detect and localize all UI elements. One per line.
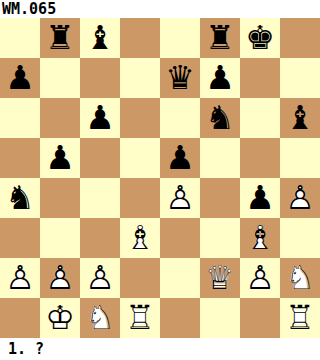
black-knight: ♞	[0, 178, 40, 218]
square-c6[interactable]: ♟	[80, 98, 120, 138]
black-pawn: ♟	[40, 138, 80, 178]
square-c7[interactable]	[80, 58, 120, 98]
white-pawn: ♙	[160, 178, 200, 218]
black-pawn: ♟	[160, 138, 200, 178]
white-knight: ♘	[80, 298, 120, 338]
square-e2[interactable]	[160, 258, 200, 298]
square-f2[interactable]: ♛♕	[200, 258, 240, 298]
black-pawn: ♟	[0, 58, 40, 98]
square-f8[interactable]: ♜	[200, 18, 240, 58]
move-prompt: 1. ?	[0, 338, 320, 360]
square-b4[interactable]	[40, 178, 80, 218]
square-c3[interactable]	[80, 218, 120, 258]
square-g1[interactable]	[240, 298, 280, 338]
square-a3[interactable]	[0, 218, 40, 258]
square-h3[interactable]	[280, 218, 320, 258]
square-d1[interactable]: ♜♖	[120, 298, 160, 338]
square-c1[interactable]: ♞♘	[80, 298, 120, 338]
square-a2[interactable]: ♟♙	[0, 258, 40, 298]
square-b2[interactable]: ♟♙	[40, 258, 80, 298]
square-g5[interactable]	[240, 138, 280, 178]
square-e3[interactable]	[160, 218, 200, 258]
black-rook: ♜	[200, 18, 240, 58]
square-h2[interactable]: ♞♘	[280, 258, 320, 298]
white-knight: ♘	[280, 258, 320, 298]
square-g4[interactable]: ♟	[240, 178, 280, 218]
square-c8[interactable]: ♝	[80, 18, 120, 58]
square-f4[interactable]	[200, 178, 240, 218]
square-d5[interactable]	[120, 138, 160, 178]
white-pawn: ♙	[0, 258, 40, 298]
square-g6[interactable]	[240, 98, 280, 138]
square-e5[interactable]: ♟	[160, 138, 200, 178]
square-c2[interactable]: ♟♙	[80, 258, 120, 298]
square-g8[interactable]: ♚	[240, 18, 280, 58]
square-b3[interactable]	[40, 218, 80, 258]
square-g7[interactable]	[240, 58, 280, 98]
square-f1[interactable]	[200, 298, 240, 338]
white-king: ♔	[40, 298, 80, 338]
square-d6[interactable]	[120, 98, 160, 138]
white-bishop: ♗	[120, 218, 160, 258]
puzzle-id-label: WM.065	[0, 0, 320, 18]
white-pawn: ♙	[80, 258, 120, 298]
square-f3[interactable]	[200, 218, 240, 258]
square-c4[interactable]	[80, 178, 120, 218]
square-h5[interactable]	[280, 138, 320, 178]
square-b6[interactable]	[40, 98, 80, 138]
black-pawn: ♟	[240, 178, 280, 218]
white-queen: ♕	[200, 258, 240, 298]
square-h1[interactable]: ♜♖	[280, 298, 320, 338]
black-bishop: ♝	[80, 18, 120, 58]
black-queen: ♛	[160, 58, 200, 98]
square-h8[interactable]	[280, 18, 320, 58]
square-g2[interactable]: ♟♙	[240, 258, 280, 298]
chess-puzzle-window: WM.065 ♜♝♜♚♟♛♟♟♞♝♟♟♞♟♙♟♟♙♝♗♝♗♟♙♟♙♟♙♛♕♟♙♞…	[0, 0, 320, 360]
square-b7[interactable]	[40, 58, 80, 98]
square-e8[interactable]	[160, 18, 200, 58]
square-h7[interactable]	[280, 58, 320, 98]
black-knight: ♞	[200, 98, 240, 138]
chess-board: ♜♝♜♚♟♛♟♟♞♝♟♟♞♟♙♟♟♙♝♗♝♗♟♙♟♙♟♙♛♕♟♙♞♘♚♔♞♘♜♖…	[0, 18, 320, 338]
square-a7[interactable]: ♟	[0, 58, 40, 98]
square-g3[interactable]: ♝♗	[240, 218, 280, 258]
black-pawn: ♟	[80, 98, 120, 138]
white-pawn: ♙	[240, 258, 280, 298]
square-b5[interactable]: ♟	[40, 138, 80, 178]
black-king: ♚	[240, 18, 280, 58]
square-d7[interactable]	[120, 58, 160, 98]
square-e1[interactable]	[160, 298, 200, 338]
square-e4[interactable]: ♟♙	[160, 178, 200, 218]
square-a1[interactable]	[0, 298, 40, 338]
white-rook: ♖	[120, 298, 160, 338]
square-h4[interactable]: ♟♙	[280, 178, 320, 218]
square-e6[interactable]	[160, 98, 200, 138]
square-a6[interactable]	[0, 98, 40, 138]
square-a5[interactable]	[0, 138, 40, 178]
square-e7[interactable]: ♛	[160, 58, 200, 98]
white-rook: ♖	[280, 298, 320, 338]
square-d2[interactable]	[120, 258, 160, 298]
black-pawn: ♟	[200, 58, 240, 98]
square-d8[interactable]	[120, 18, 160, 58]
square-b8[interactable]: ♜	[40, 18, 80, 58]
black-rook: ♜	[40, 18, 80, 58]
square-f5[interactable]	[200, 138, 240, 178]
square-c5[interactable]	[80, 138, 120, 178]
square-a8[interactable]	[0, 18, 40, 58]
square-f6[interactable]: ♞	[200, 98, 240, 138]
black-bishop: ♝	[280, 98, 320, 138]
square-d4[interactable]	[120, 178, 160, 218]
square-b1[interactable]: ♚♔	[40, 298, 80, 338]
white-pawn: ♙	[280, 178, 320, 218]
square-f7[interactable]: ♟	[200, 58, 240, 98]
square-h6[interactable]: ♝	[280, 98, 320, 138]
white-pawn: ♙	[40, 258, 80, 298]
square-a4[interactable]: ♞	[0, 178, 40, 218]
white-bishop: ♗	[240, 218, 280, 258]
square-d3[interactable]: ♝♗	[120, 218, 160, 258]
